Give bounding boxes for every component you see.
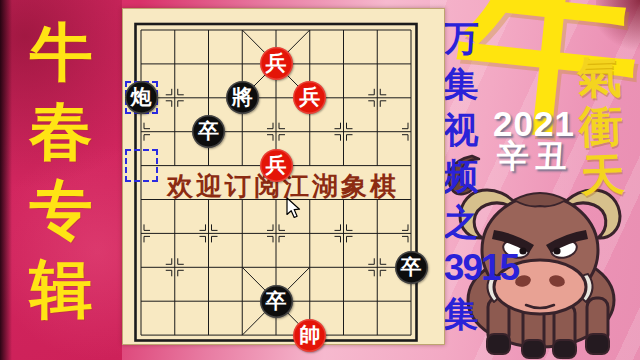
mouse-cursor-icon (286, 197, 301, 219)
series-column: 万集视频之3915集 (441, 15, 481, 337)
black-piece-p[interactable]: 卒 (260, 285, 293, 318)
red-piece-P[interactable]: 兵 (260, 149, 293, 182)
series-column-item: 频 (441, 153, 481, 199)
left-banner-panel: 牛春专辑 (0, 0, 122, 360)
series-column-item: 之 (441, 199, 481, 245)
series-column-item: 集 (441, 61, 481, 107)
red-piece-K[interactable]: 帥 (293, 319, 326, 352)
left-vignette (0, 0, 12, 360)
series-column-item: 视 (441, 107, 481, 153)
slogan-vertical: 氣衝天 (574, 51, 627, 200)
black-piece-c[interactable]: 炮 (125, 81, 158, 114)
xiangqi-board[interactable]: 欢迎订阅江湖象棋 兵炮將兵卒兵卒卒帥 (122, 8, 445, 345)
series-column-item: 3915 (441, 245, 521, 291)
series-column-item: 万 (441, 15, 481, 61)
last-move-highlight (125, 149, 158, 182)
zodiac-year-label: 辛丑 (497, 135, 573, 179)
black-piece-k[interactable]: 將 (226, 81, 259, 114)
black-piece-p[interactable]: 卒 (395, 251, 428, 284)
black-piece-p[interactable]: 卒 (192, 115, 225, 148)
left-banner-title: 牛春专辑 (0, 13, 122, 329)
series-column-item: 集 (441, 291, 481, 337)
red-piece-P[interactable]: 兵 (260, 47, 293, 80)
